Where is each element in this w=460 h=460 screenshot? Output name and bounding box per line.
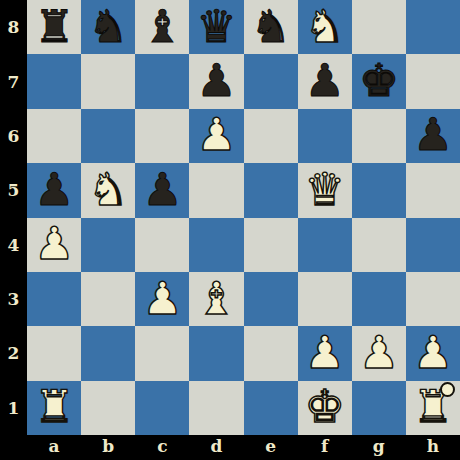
chess-board: ♜♞♝♛♞♞♟♟♚♟♟♟♞♟♛♟♟♝♟♟♟♜♚♜	[27, 0, 460, 435]
square-g8[interactable]	[352, 0, 406, 54]
chess-board-frame: 87654321 ♜♞♝♛♞♞♟♟♚♟♟♟♞♟♛♟♟♝♟♟♟♜♚♜ abcdef…	[0, 0, 460, 460]
square-d3[interactable]: ♝	[189, 272, 243, 326]
square-e3[interactable]	[244, 272, 298, 326]
piece-black-knight[interactable]: ♞	[250, 4, 290, 49]
square-a7[interactable]	[27, 54, 81, 108]
piece-white-rook[interactable]: ♜	[34, 384, 74, 429]
square-g4[interactable]	[352, 218, 406, 272]
square-a5[interactable]: ♟	[27, 163, 81, 217]
square-h2[interactable]: ♟	[406, 326, 460, 380]
rank-label-2: 2	[0, 326, 27, 380]
square-c3[interactable]: ♟	[135, 272, 189, 326]
square-e8[interactable]: ♞	[244, 0, 298, 54]
square-g5[interactable]	[352, 163, 406, 217]
file-label-c: c	[135, 435, 189, 460]
piece-black-queen[interactable]: ♛	[196, 4, 236, 49]
square-a2[interactable]	[27, 326, 81, 380]
rank-label-3: 3	[0, 272, 27, 326]
square-h7[interactable]	[406, 54, 460, 108]
square-e7[interactable]	[244, 54, 298, 108]
square-f2[interactable]: ♟	[298, 326, 352, 380]
piece-white-knight[interactable]: ♞	[88, 167, 128, 212]
square-g1[interactable]	[352, 381, 406, 435]
square-c7[interactable]	[135, 54, 189, 108]
square-c4[interactable]	[135, 218, 189, 272]
rank-label-1: 1	[0, 381, 27, 435]
square-c6[interactable]	[135, 109, 189, 163]
piece-black-pawn[interactable]: ♟	[413, 112, 453, 157]
square-f3[interactable]	[298, 272, 352, 326]
piece-white-pawn[interactable]: ♟	[413, 330, 453, 375]
piece-black-pawn[interactable]: ♟	[196, 58, 236, 103]
file-label-f: f	[298, 435, 352, 460]
square-b4[interactable]	[81, 218, 135, 272]
piece-white-knight[interactable]: ♞	[305, 4, 345, 49]
square-d1[interactable]	[189, 381, 243, 435]
rank-label-7: 7	[0, 54, 27, 108]
piece-black-king[interactable]: ♚	[359, 58, 399, 103]
square-d4[interactable]	[189, 218, 243, 272]
square-g7[interactable]: ♚	[352, 54, 406, 108]
square-h3[interactable]	[406, 272, 460, 326]
piece-black-pawn[interactable]: ♟	[142, 167, 182, 212]
square-c8[interactable]: ♝	[135, 0, 189, 54]
file-label-b: b	[81, 435, 135, 460]
piece-white-pawn[interactable]: ♟	[359, 330, 399, 375]
square-f8[interactable]: ♞	[298, 0, 352, 54]
square-d7[interactable]: ♟	[189, 54, 243, 108]
square-a8[interactable]: ♜	[27, 0, 81, 54]
square-f1[interactable]: ♚	[298, 381, 352, 435]
square-c2[interactable]	[135, 326, 189, 380]
file-label-e: e	[244, 435, 298, 460]
square-h4[interactable]	[406, 218, 460, 272]
piece-white-pawn[interactable]: ♟	[305, 330, 345, 375]
square-h6[interactable]: ♟	[406, 109, 460, 163]
piece-black-knight[interactable]: ♞	[88, 4, 128, 49]
rank-labels: 87654321	[0, 0, 27, 435]
square-f6[interactable]	[298, 109, 352, 163]
piece-black-bishop[interactable]: ♝	[142, 4, 182, 49]
square-d2[interactable]	[189, 326, 243, 380]
square-g2[interactable]: ♟	[352, 326, 406, 380]
square-f7[interactable]: ♟	[298, 54, 352, 108]
square-f4[interactable]	[298, 218, 352, 272]
square-e6[interactable]	[244, 109, 298, 163]
square-a4[interactable]: ♟	[27, 218, 81, 272]
square-b7[interactable]	[81, 54, 135, 108]
file-label-d: d	[189, 435, 243, 460]
square-e1[interactable]	[244, 381, 298, 435]
square-b1[interactable]	[81, 381, 135, 435]
file-labels: abcdefgh	[27, 435, 460, 460]
square-e5[interactable]	[244, 163, 298, 217]
rank-label-4: 4	[0, 218, 27, 272]
piece-black-rook[interactable]: ♜	[34, 4, 74, 49]
square-h1[interactable]: ♜	[406, 381, 460, 435]
square-a3[interactable]	[27, 272, 81, 326]
square-d6[interactable]: ♟	[189, 109, 243, 163]
square-a6[interactable]	[27, 109, 81, 163]
square-g3[interactable]	[352, 272, 406, 326]
file-label-h: h	[406, 435, 460, 460]
file-label-g: g	[352, 435, 406, 460]
piece-white-king[interactable]: ♚	[305, 384, 345, 429]
square-c5[interactable]: ♟	[135, 163, 189, 217]
piece-black-pawn[interactable]: ♟	[305, 58, 345, 103]
square-b6[interactable]	[81, 109, 135, 163]
piece-white-bishop[interactable]: ♝	[196, 276, 236, 321]
square-b5[interactable]: ♞	[81, 163, 135, 217]
square-c1[interactable]	[135, 381, 189, 435]
piece-black-pawn[interactable]: ♟	[34, 167, 74, 212]
square-b2[interactable]	[81, 326, 135, 380]
square-d5[interactable]	[189, 163, 243, 217]
piece-white-pawn[interactable]: ♟	[196, 112, 236, 157]
square-h8[interactable]	[406, 0, 460, 54]
square-e4[interactable]	[244, 218, 298, 272]
piece-white-queen[interactable]: ♛	[305, 167, 345, 212]
square-b3[interactable]	[81, 272, 135, 326]
square-f5[interactable]: ♛	[298, 163, 352, 217]
square-a1[interactable]: ♜	[27, 381, 81, 435]
circle-badge-marker	[440, 382, 455, 397]
rank-label-5: 5	[0, 163, 27, 217]
square-d8[interactable]: ♛	[189, 0, 243, 54]
rank-label-6: 6	[0, 109, 27, 163]
square-h5[interactable]	[406, 163, 460, 217]
file-label-a: a	[27, 435, 81, 460]
piece-white-pawn[interactable]: ♟	[34, 221, 74, 266]
square-g6[interactable]	[352, 109, 406, 163]
square-b8[interactable]: ♞	[81, 0, 135, 54]
square-e2[interactable]	[244, 326, 298, 380]
piece-white-pawn[interactable]: ♟	[142, 276, 182, 321]
rank-label-8: 8	[0, 0, 27, 54]
